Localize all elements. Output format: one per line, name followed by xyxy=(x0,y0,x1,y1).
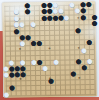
black-stone: ● xyxy=(25,9,31,16)
stones-layer: ●●●●●●●●●●●●●●●●●●●●●●●●●●●●●●●●●●●●●●●●… xyxy=(2,1,97,98)
go-board-photo: ●●●●●●●●● ●●●●●●●●●●●●●●●●●●●●●●●●●●●●●●… xyxy=(0,0,99,100)
white-stone: ● xyxy=(64,14,70,21)
black-stone: ● xyxy=(80,14,86,21)
black-stone: ● xyxy=(70,71,76,78)
black-stone: ● xyxy=(92,20,98,27)
white-stone: ● xyxy=(81,47,87,54)
black-stone: ● xyxy=(81,64,87,71)
white-stone: ● xyxy=(87,58,93,65)
black-stone: ● xyxy=(48,78,54,85)
black-stone: ● xyxy=(87,40,93,47)
black-stone: ● xyxy=(20,72,26,79)
white-stone: ● xyxy=(4,91,10,98)
white-stone: ● xyxy=(20,41,26,48)
white-stone: ● xyxy=(19,22,25,29)
black-stone: ● xyxy=(36,41,42,48)
black-stone: ● xyxy=(9,85,15,92)
white-stone: ● xyxy=(42,65,48,72)
go-board: ●●●●●●●●● ●●●●●●●●●●●●●●●●●●●●●●●●●●●●●●… xyxy=(2,1,97,98)
black-stone: ● xyxy=(86,1,92,8)
black-stone: ● xyxy=(75,27,81,34)
white-stone: ● xyxy=(30,21,36,28)
white-stone: ● xyxy=(53,58,59,65)
